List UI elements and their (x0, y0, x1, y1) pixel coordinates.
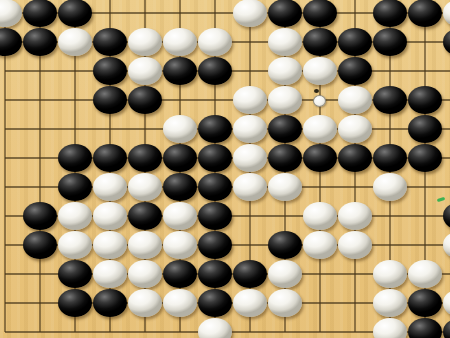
white-stone[interactable] (233, 86, 267, 114)
board-point[interactable] (0, 289, 23, 318)
white-stone[interactable] (268, 173, 302, 201)
white-stone[interactable] (443, 0, 450, 27)
board-point[interactable] (338, 57, 373, 86)
black-stone[interactable] (408, 115, 442, 143)
board-point[interactable] (163, 318, 198, 338)
black-stone[interactable] (198, 289, 232, 317)
white-stone[interactable] (163, 231, 197, 259)
board-point[interactable] (373, 115, 408, 144)
board-point[interactable] (198, 202, 233, 231)
board-point[interactable] (338, 231, 373, 260)
board-point[interactable] (0, 202, 23, 231)
white-stone[interactable] (373, 260, 407, 288)
board-point[interactable] (233, 0, 268, 28)
board-point[interactable] (443, 86, 450, 115)
board-point[interactable] (303, 28, 338, 57)
white-stone[interactable] (198, 28, 232, 56)
board-point[interactable] (128, 173, 163, 202)
black-stone[interactable] (408, 144, 442, 172)
board-point[interactable] (408, 202, 443, 231)
board-point[interactable] (58, 57, 93, 86)
board-point[interactable] (408, 57, 443, 86)
board-point[interactable] (233, 115, 268, 144)
board-point[interactable] (0, 144, 23, 173)
black-stone[interactable] (303, 144, 337, 172)
board-point[interactable] (163, 202, 198, 231)
board-point[interactable] (373, 260, 408, 289)
white-stone[interactable] (268, 86, 302, 114)
white-stone[interactable] (0, 0, 22, 27)
board-point[interactable] (268, 260, 303, 289)
board-point[interactable] (128, 289, 163, 318)
board-point[interactable] (303, 289, 338, 318)
white-stone[interactable] (163, 115, 197, 143)
board-point[interactable] (163, 144, 198, 173)
black-stone[interactable] (93, 86, 127, 114)
white-stone[interactable] (303, 202, 337, 230)
black-stone[interactable] (93, 57, 127, 85)
board-point[interactable] (443, 144, 450, 173)
black-stone[interactable] (58, 0, 92, 27)
board-point[interactable] (198, 144, 233, 173)
black-stone[interactable] (23, 0, 57, 27)
board-point[interactable] (338, 173, 373, 202)
white-stone[interactable] (443, 289, 450, 317)
black-stone[interactable] (408, 318, 442, 338)
black-stone[interactable] (268, 0, 302, 27)
white-stone[interactable] (233, 289, 267, 317)
white-stone[interactable] (128, 260, 162, 288)
board-point[interactable] (163, 260, 198, 289)
board-point[interactable] (23, 260, 58, 289)
small-white-circle-marker (313, 95, 326, 107)
white-stone[interactable] (58, 202, 92, 230)
board-point[interactable] (338, 115, 373, 144)
board-point[interactable] (373, 28, 408, 57)
black-stone[interactable] (198, 57, 232, 85)
black-stone[interactable] (373, 86, 407, 114)
board-point[interactable] (23, 86, 58, 115)
board-point[interactable] (198, 0, 233, 28)
board-point[interactable] (303, 260, 338, 289)
board-point[interactable] (268, 0, 303, 28)
white-stone[interactable] (303, 115, 337, 143)
board-point[interactable] (128, 28, 163, 57)
board-point[interactable] (303, 173, 338, 202)
board-point[interactable] (338, 260, 373, 289)
board-point[interactable] (93, 173, 128, 202)
board-point[interactable] (58, 115, 93, 144)
black-stone[interactable] (268, 115, 302, 143)
white-stone[interactable] (93, 231, 127, 259)
board-point[interactable] (268, 144, 303, 173)
black-stone[interactable] (23, 202, 57, 230)
black-stone[interactable] (198, 115, 232, 143)
board-point[interactable] (268, 28, 303, 57)
black-stone[interactable] (408, 289, 442, 317)
board-point[interactable] (233, 318, 268, 338)
board-point[interactable] (128, 115, 163, 144)
board-point[interactable] (233, 289, 268, 318)
board-point[interactable] (93, 115, 128, 144)
board-point[interactable] (373, 0, 408, 28)
board-point[interactable] (58, 173, 93, 202)
black-stone[interactable] (233, 260, 267, 288)
board-point[interactable] (338, 202, 373, 231)
board-point[interactable] (93, 318, 128, 338)
board-point[interactable] (233, 57, 268, 86)
black-stone[interactable] (443, 202, 450, 230)
board-point[interactable] (93, 57, 128, 86)
board-point[interactable] (93, 28, 128, 57)
board-point[interactable] (408, 144, 443, 173)
black-stone[interactable] (338, 57, 372, 85)
black-stone[interactable] (373, 0, 407, 27)
board-point[interactable] (23, 318, 58, 338)
black-stone[interactable] (128, 144, 162, 172)
black-stone[interactable] (163, 260, 197, 288)
board-point[interactable] (233, 202, 268, 231)
board-point[interactable] (163, 28, 198, 57)
board-point[interactable] (408, 231, 443, 260)
board-point[interactable] (23, 144, 58, 173)
board-point[interactable] (303, 231, 338, 260)
board-point[interactable] (303, 115, 338, 144)
board-point[interactable] (128, 231, 163, 260)
board-point[interactable] (0, 28, 23, 57)
black-stone[interactable] (128, 86, 162, 114)
white-stone[interactable] (303, 231, 337, 259)
board-point[interactable] (163, 115, 198, 144)
white-stone[interactable] (268, 28, 302, 56)
board-point[interactable] (0, 173, 23, 202)
board-point[interactable] (163, 231, 198, 260)
board-point[interactable] (0, 86, 23, 115)
board-point[interactable] (198, 86, 233, 115)
black-stone[interactable] (23, 231, 57, 259)
black-stone[interactable] (93, 28, 127, 56)
board-point[interactable] (198, 289, 233, 318)
white-stone[interactable] (128, 57, 162, 85)
go-board[interactable] (0, 0, 450, 338)
white-stone[interactable] (128, 231, 162, 259)
black-stone[interactable] (408, 86, 442, 114)
board-point[interactable] (408, 115, 443, 144)
white-stone[interactable] (128, 173, 162, 201)
board-point[interactable] (233, 260, 268, 289)
white-stone[interactable] (268, 57, 302, 85)
board-point[interactable] (93, 260, 128, 289)
black-stone[interactable] (373, 28, 407, 56)
board-point[interactable] (23, 0, 58, 28)
board-point[interactable] (373, 231, 408, 260)
white-stone[interactable] (373, 173, 407, 201)
board-point[interactable] (128, 260, 163, 289)
board-point[interactable] (23, 231, 58, 260)
board-point[interactable] (373, 289, 408, 318)
board-point[interactable] (233, 144, 268, 173)
board-point[interactable] (128, 144, 163, 173)
white-stone[interactable] (163, 28, 197, 56)
board-point[interactable] (128, 202, 163, 231)
white-stone[interactable] (233, 0, 267, 27)
board-point[interactable] (58, 144, 93, 173)
black-stone[interactable] (58, 260, 92, 288)
board-point[interactable] (408, 86, 443, 115)
board-point[interactable] (0, 57, 23, 86)
board-point[interactable] (0, 231, 23, 260)
board-point[interactable] (23, 202, 58, 231)
board-point[interactable] (338, 289, 373, 318)
black-stone[interactable] (198, 144, 232, 172)
board-point[interactable] (198, 173, 233, 202)
black-stone[interactable] (268, 144, 302, 172)
black-stone[interactable] (443, 318, 450, 338)
board-point[interactable] (338, 86, 373, 115)
black-stone[interactable] (93, 144, 127, 172)
board-point[interactable] (58, 86, 93, 115)
board-point[interactable] (268, 115, 303, 144)
board-point[interactable] (443, 28, 450, 57)
board-point[interactable] (198, 231, 233, 260)
white-stone[interactable] (338, 86, 372, 114)
board-point[interactable] (373, 173, 408, 202)
board-point[interactable] (198, 28, 233, 57)
black-stone[interactable] (443, 28, 450, 56)
board-point[interactable] (408, 289, 443, 318)
board-point[interactable] (233, 28, 268, 57)
white-stone[interactable] (58, 231, 92, 259)
board-point[interactable] (303, 0, 338, 28)
board-point[interactable] (58, 28, 93, 57)
star-point-icon (314, 89, 319, 93)
board-point[interactable] (443, 289, 450, 318)
white-stone[interactable] (163, 289, 197, 317)
board-point[interactable] (163, 57, 198, 86)
board-point[interactable] (268, 318, 303, 338)
board-point[interactable] (303, 144, 338, 173)
board-point[interactable] (303, 202, 338, 231)
board-point[interactable] (268, 231, 303, 260)
board-point[interactable] (268, 173, 303, 202)
white-stone[interactable] (93, 202, 127, 230)
board-point[interactable] (58, 289, 93, 318)
board-point[interactable] (23, 173, 58, 202)
white-stone[interactable] (373, 289, 407, 317)
board-point[interactable] (443, 260, 450, 289)
white-stone[interactable] (128, 28, 162, 56)
board-point[interactable] (0, 0, 23, 28)
white-stone[interactable] (58, 28, 92, 56)
board-point[interactable] (163, 289, 198, 318)
black-stone[interactable] (408, 0, 442, 27)
white-stone[interactable] (93, 173, 127, 201)
white-stone[interactable] (93, 260, 127, 288)
board-point[interactable] (93, 202, 128, 231)
board-point[interactable] (163, 173, 198, 202)
board-point[interactable] (198, 318, 233, 338)
board-point[interactable] (23, 57, 58, 86)
board-point[interactable] (58, 202, 93, 231)
board-point[interactable] (163, 0, 198, 28)
black-stone[interactable] (338, 144, 372, 172)
board-point[interactable] (198, 57, 233, 86)
board-point[interactable] (58, 318, 93, 338)
board-point[interactable] (93, 86, 128, 115)
white-stone[interactable] (443, 231, 450, 259)
board-point[interactable] (373, 318, 408, 338)
white-stone[interactable] (268, 260, 302, 288)
board-point[interactable] (408, 28, 443, 57)
board-point[interactable] (268, 289, 303, 318)
white-stone[interactable] (163, 202, 197, 230)
black-stone[interactable] (0, 28, 22, 56)
board-point[interactable] (443, 318, 450, 338)
board-point[interactable] (373, 57, 408, 86)
black-stone[interactable] (198, 260, 232, 288)
board-point[interactable] (443, 57, 450, 86)
white-stone[interactable] (338, 202, 372, 230)
black-stone[interactable] (23, 28, 57, 56)
black-stone[interactable] (198, 202, 232, 230)
board-point[interactable] (408, 318, 443, 338)
white-stone[interactable] (268, 289, 302, 317)
board-point[interactable] (93, 231, 128, 260)
board-point[interactable] (373, 144, 408, 173)
white-stone[interactable] (198, 318, 232, 338)
board-point[interactable] (0, 115, 23, 144)
board-point[interactable] (268, 86, 303, 115)
white-stone[interactable] (338, 115, 372, 143)
black-stone[interactable] (373, 144, 407, 172)
board-point[interactable] (93, 289, 128, 318)
white-stone[interactable] (338, 231, 372, 259)
board-point[interactable] (303, 57, 338, 86)
black-stone[interactable] (93, 289, 127, 317)
board-point[interactable] (0, 318, 23, 338)
board-point[interactable] (58, 231, 93, 260)
black-stone[interactable] (198, 231, 232, 259)
board-point[interactable] (338, 144, 373, 173)
black-stone[interactable] (303, 28, 337, 56)
black-stone[interactable] (198, 173, 232, 201)
board-point[interactable] (58, 260, 93, 289)
board-point[interactable] (128, 0, 163, 28)
white-stone[interactable] (408, 260, 442, 288)
white-stone[interactable] (303, 57, 337, 85)
board-point[interactable] (23, 115, 58, 144)
black-stone[interactable] (163, 57, 197, 85)
board-point[interactable] (128, 57, 163, 86)
board-point[interactable] (128, 318, 163, 338)
board-point[interactable] (198, 260, 233, 289)
board-point[interactable] (268, 57, 303, 86)
black-stone[interactable] (128, 202, 162, 230)
board-point[interactable] (233, 173, 268, 202)
white-stone[interactable] (233, 173, 267, 201)
board-point[interactable] (443, 202, 450, 231)
board-point[interactable] (443, 231, 450, 260)
board-point[interactable] (338, 0, 373, 28)
black-stone[interactable] (338, 28, 372, 56)
black-stone[interactable] (268, 231, 302, 259)
board-point[interactable] (408, 260, 443, 289)
stones-layer (0, 0, 450, 338)
board-point[interactable] (443, 115, 450, 144)
black-stone[interactable] (58, 173, 92, 201)
black-stone[interactable] (163, 173, 197, 201)
board-point[interactable] (93, 0, 128, 28)
board-point[interactable] (233, 231, 268, 260)
black-stone[interactable] (58, 289, 92, 317)
board-point[interactable] (163, 86, 198, 115)
white-stone[interactable] (128, 289, 162, 317)
black-stone[interactable] (163, 144, 197, 172)
board-point[interactable] (373, 202, 408, 231)
board-point[interactable] (0, 260, 23, 289)
board-point[interactable] (443, 0, 450, 28)
board-point[interactable] (23, 289, 58, 318)
board-point[interactable] (303, 318, 338, 338)
board-point[interactable] (338, 28, 373, 57)
white-stone[interactable] (233, 144, 267, 172)
board-point[interactable] (93, 144, 128, 173)
board-point[interactable] (268, 202, 303, 231)
white-stone[interactable] (233, 115, 267, 143)
board-point[interactable] (373, 86, 408, 115)
white-stone[interactable] (373, 318, 407, 338)
board-point[interactable] (198, 115, 233, 144)
board-point[interactable] (408, 0, 443, 28)
black-stone[interactable] (58, 144, 92, 172)
black-stone[interactable] (303, 0, 337, 27)
board-point[interactable] (408, 173, 443, 202)
board-point[interactable] (233, 86, 268, 115)
board-point[interactable] (58, 0, 93, 28)
board-point[interactable] (23, 28, 58, 57)
board-point[interactable] (128, 86, 163, 115)
board-point[interactable] (338, 318, 373, 338)
